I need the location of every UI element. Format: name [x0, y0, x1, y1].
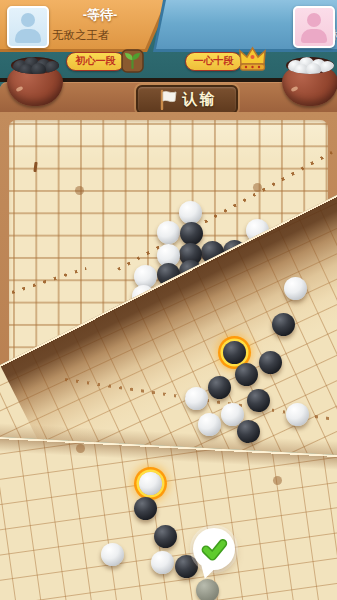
rank-badge-right: 一心十段 [185, 52, 242, 71]
white-stone [101, 543, 124, 566]
rank-badge-left: 初心一段 [66, 52, 125, 71]
player-left-status: -等待- [52, 6, 148, 24]
white-stone [185, 387, 208, 410]
avatar-right[interactable] [293, 6, 335, 48]
star-point [273, 476, 282, 485]
crown-icon [237, 45, 268, 74]
white-stone [286, 403, 309, 426]
star-point [75, 186, 84, 195]
black-stone [154, 525, 177, 548]
white-stone [139, 472, 162, 495]
black-stone [223, 341, 246, 364]
green-check-icon [198, 533, 230, 565]
star-point [76, 444, 85, 453]
player-left-name: 无敌之王者 [52, 28, 152, 43]
black-stone [272, 313, 295, 336]
black-stone [259, 351, 282, 374]
white-stone [151, 551, 174, 574]
white-flag-icon [158, 89, 178, 110]
black-stone [208, 376, 231, 399]
white-stone [179, 201, 202, 224]
black-stone [237, 420, 260, 443]
white-stone [198, 413, 221, 436]
confirm-move-bubble[interactable] [193, 528, 235, 570]
black-stones-bowl [7, 57, 63, 107]
black-stones [11, 57, 59, 74]
black-stone [247, 389, 270, 412]
black-stone [180, 222, 203, 245]
black-stone [235, 363, 258, 386]
sprout-icon [121, 47, 144, 73]
pending-ghost-stone [196, 579, 219, 600]
person-icon [21, 13, 35, 27]
white-stone [284, 277, 307, 300]
white-stones-bowl [282, 57, 337, 107]
white-stone [134, 265, 157, 288]
resign-button[interactable]: 认输 [136, 85, 238, 114]
person-icon [307, 13, 321, 27]
black-stone [134, 497, 157, 520]
avatar-left[interactable] [7, 6, 49, 48]
white-stone [157, 221, 180, 244]
resign-label: 认输 [183, 90, 217, 109]
white-stones [286, 57, 334, 74]
